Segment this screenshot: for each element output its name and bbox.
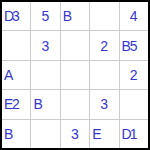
cell-r5c2[interactable] bbox=[31, 120, 59, 148]
cell-number: 3 bbox=[12, 9, 20, 23]
cell-r1c2[interactable]: 5 bbox=[31, 2, 59, 30]
cell-r5c5[interactable]: D1 bbox=[120, 120, 148, 148]
cell-r3c2[interactable] bbox=[31, 61, 59, 89]
cell-r4c2[interactable]: B bbox=[31, 90, 59, 118]
cell-r2c5[interactable]: B5 bbox=[120, 31, 148, 59]
cell-r1c1[interactable]: D3 bbox=[2, 2, 30, 30]
cell-letter: D bbox=[122, 127, 130, 141]
cell-number: 4 bbox=[130, 9, 138, 23]
cell-r1c3[interactable]: B bbox=[61, 2, 89, 30]
cell-r3c1[interactable]: A bbox=[2, 61, 30, 89]
cell-letter: E bbox=[4, 97, 12, 111]
cell-number: 3 bbox=[41, 39, 49, 53]
cell-r2c4[interactable]: 2 bbox=[90, 31, 118, 59]
cell-letter: B bbox=[4, 127, 12, 141]
cell-r3c5[interactable]: 2 bbox=[120, 61, 148, 89]
cell-number: 2 bbox=[12, 97, 20, 111]
cell-r3c3[interactable] bbox=[61, 61, 89, 89]
cell-number: 2 bbox=[100, 39, 108, 53]
cell-r3c4[interactable] bbox=[90, 61, 118, 89]
cell-letter: B bbox=[122, 39, 130, 53]
cell-r5c4[interactable]: E bbox=[90, 120, 118, 148]
cell-number: 5 bbox=[130, 39, 138, 53]
cell-r5c1[interactable]: B bbox=[2, 120, 30, 148]
cell-number: 3 bbox=[71, 127, 79, 141]
cell-number: 1 bbox=[130, 127, 138, 141]
cell-r1c4[interactable] bbox=[90, 2, 118, 30]
cell-r2c1[interactable] bbox=[2, 31, 30, 59]
cell-letter: B bbox=[33, 97, 41, 111]
cell-r5c3[interactable]: 3 bbox=[61, 120, 89, 148]
cell-r2c2[interactable]: 3 bbox=[31, 31, 59, 59]
cell-r4c4[interactable]: 3 bbox=[90, 90, 118, 118]
cell-letter: B bbox=[63, 9, 71, 23]
cell-r1c5[interactable]: 4 bbox=[120, 2, 148, 30]
cell-r4c5[interactable] bbox=[120, 90, 148, 118]
cell-number: 3 bbox=[100, 97, 108, 111]
cell-letter: A bbox=[4, 68, 12, 82]
cell-r4c3[interactable] bbox=[61, 90, 89, 118]
cell-r2c3[interactable] bbox=[61, 31, 89, 59]
eulero-board: D35B432B5A2E2B3B3ED1 bbox=[0, 0, 150, 150]
cell-letter: D bbox=[4, 9, 12, 23]
cell-number: 2 bbox=[130, 68, 138, 82]
cell-number: 5 bbox=[41, 9, 49, 23]
cell-letter: E bbox=[92, 127, 100, 141]
cell-r4c1[interactable]: E2 bbox=[2, 90, 30, 118]
